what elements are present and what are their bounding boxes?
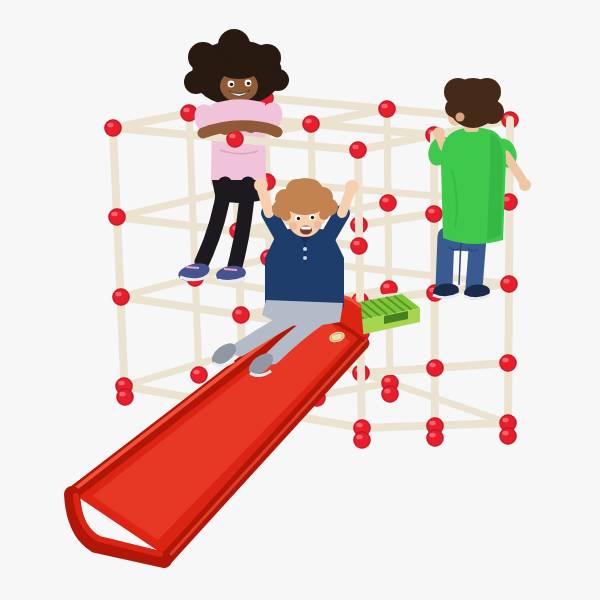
girl-hair-fringe — [219, 61, 259, 79]
boy1-hair-fringe — [288, 199, 322, 215]
tube — [387, 109, 390, 394]
joint — [113, 289, 130, 306]
girl-hair-curl — [184, 70, 208, 94]
boy1-cheek — [289, 222, 297, 230]
girl-shoe-lace — [186, 267, 199, 268]
girl-hair-curl — [267, 69, 289, 91]
boy1-cheek — [314, 221, 322, 229]
boy1-teeth — [301, 227, 311, 230]
joint — [303, 116, 320, 133]
girl-hair-curl — [218, 29, 250, 61]
boy2-ear — [456, 113, 465, 122]
joint — [191, 367, 208, 384]
girl-shoe-lace — [224, 269, 237, 270]
tube — [358, 150, 362, 440]
joint — [427, 430, 444, 447]
joint — [350, 142, 367, 159]
joint — [500, 428, 517, 445]
girl-hair-curl — [188, 42, 218, 72]
girl-pupil — [247, 82, 251, 86]
scene-svg — [0, 0, 600, 600]
boy1-hand — [254, 178, 268, 192]
boy1-forearm — [262, 190, 269, 213]
joint — [380, 195, 397, 212]
product-photo: Three children playing on a cream and re… — [0, 0, 600, 600]
girl-hand — [219, 123, 231, 135]
joint — [426, 206, 443, 223]
girl-pupil — [230, 83, 234, 87]
joint — [117, 389, 134, 406]
joint — [501, 276, 518, 293]
boy1-hair-side — [281, 211, 291, 221]
boy1-button — [303, 247, 307, 251]
joint — [500, 355, 517, 372]
joint — [351, 238, 368, 255]
joint — [427, 360, 444, 377]
joint — [105, 120, 122, 137]
boy1-pupil — [311, 216, 314, 219]
boy1-hand — [345, 180, 359, 194]
boy1-hair-side — [319, 210, 329, 220]
joint — [382, 386, 399, 403]
boy2-hair-tuft — [480, 100, 504, 124]
boy2-leg — [474, 237, 478, 288]
joint — [109, 209, 126, 226]
boy1-pupil — [297, 217, 300, 220]
boy2-hand — [519, 179, 531, 191]
boy1-button — [303, 256, 307, 260]
joint — [379, 101, 396, 118]
girl-hand — [245, 121, 257, 133]
boy2-leg — [444, 236, 446, 287]
joint — [354, 432, 371, 449]
boy2-hand — [433, 127, 445, 139]
joint — [233, 307, 250, 324]
